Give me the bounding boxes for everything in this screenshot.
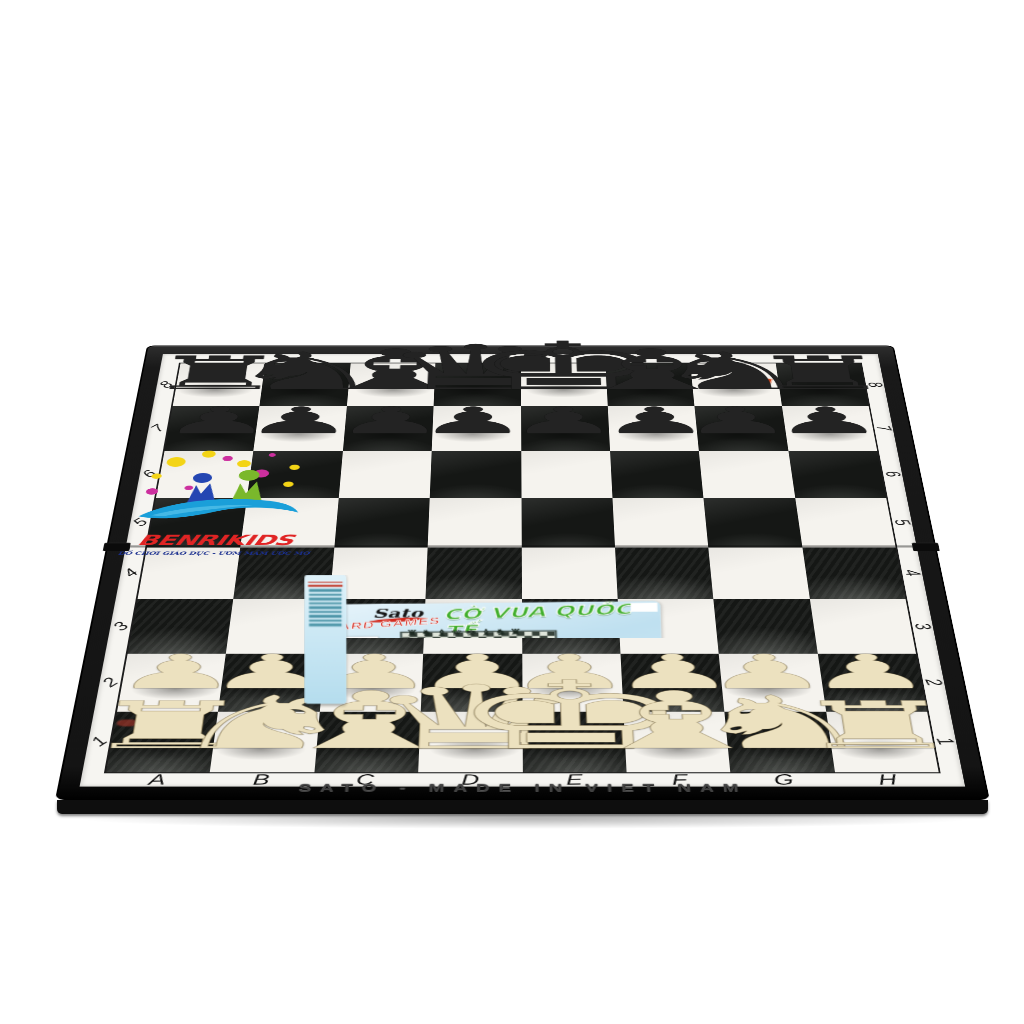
file-label-F: F [671,771,688,788]
file-label-H: H [877,771,898,789]
square-g5 [704,498,802,547]
piece-black-rook: ♜ [739,355,903,388]
square-h5 [795,498,896,547]
floor-shadow [75,809,975,829]
square-h6 [788,451,886,498]
card-white-tab [631,603,658,612]
square-h4 [802,547,906,599]
square-c6 [339,451,432,498]
file-label-G: G [773,771,795,789]
file-label-C: C [356,771,375,789]
product-photo: 8877665544332211ABCDEFGH SATO - MADE IN … [0,0,1024,1024]
chess-board: 8877665544332211ABCDEFGH SATO - MADE IN … [55,345,990,800]
file-label-A: A [148,771,167,789]
square-g6 [699,451,795,498]
hinge-right [912,543,940,552]
square-d6 [430,451,521,498]
file-label-E: E [566,771,584,789]
piece-black-pawn: ♟ [764,406,892,433]
file-label-B: B [252,771,270,789]
square-f6 [610,451,704,498]
brand-logo-tagline: ĐỒ CHƠI GIÁO DỤC - ƯƠM MẦM ƯỚC MƠ [117,551,310,556]
square-e6 [521,451,612,498]
square-g4 [708,547,809,599]
perspective-scene: 8877665544332211ABCDEFGH SATO - MADE IN … [0,0,1024,1024]
brand-logo-text: BENRIKIDS [119,532,312,549]
card-miniboard-pieces: ♜♞♝♛♚♝♞♜ [406,627,524,638]
file-label-D: D [461,771,479,789]
